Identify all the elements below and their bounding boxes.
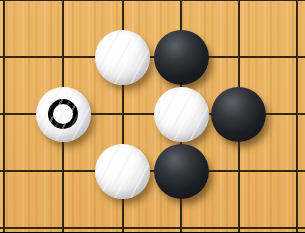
intersection-r1-c3[interactable] xyxy=(152,29,210,86)
intersection-r4-c4[interactable] xyxy=(210,200,268,233)
intersection-grid xyxy=(0,0,305,232)
intersection-r2-c1[interactable] xyxy=(34,86,93,143)
intersection-r3-c5[interactable] xyxy=(268,143,305,200)
intersection-r0-c0[interactable] xyxy=(0,0,34,29)
intersection-r0-c1[interactable] xyxy=(34,0,93,29)
intersection-r4-c2[interactable] xyxy=(93,200,152,233)
intersection-r4-c3[interactable] xyxy=(152,200,210,233)
intersection-r4-c1[interactable] xyxy=(34,200,93,233)
intersection-r2-c5[interactable] xyxy=(268,86,305,143)
intersection-r4-c0[interactable] xyxy=(0,200,34,233)
intersection-r0-c3[interactable] xyxy=(152,0,210,29)
intersection-r0-c2[interactable] xyxy=(93,0,152,29)
intersection-r4-c5[interactable] xyxy=(268,200,305,233)
intersection-r3-c4[interactable] xyxy=(210,143,268,200)
intersection-r0-c5[interactable] xyxy=(268,0,305,29)
intersection-r3-c1[interactable] xyxy=(34,143,93,200)
go-board[interactable] xyxy=(0,0,305,232)
intersection-r2-c4[interactable] xyxy=(210,86,268,143)
intersection-r3-c3[interactable] xyxy=(152,143,210,200)
intersection-r1-c2[interactable] xyxy=(93,29,152,86)
intersection-r2-c3[interactable] xyxy=(152,86,210,143)
intersection-r3-c0[interactable] xyxy=(0,143,34,200)
intersection-r2-c2[interactable] xyxy=(93,86,152,143)
intersection-r1-c5[interactable] xyxy=(268,29,305,86)
intersection-r1-c1[interactable] xyxy=(34,29,93,86)
intersection-r0-c4[interactable] xyxy=(210,0,268,29)
intersection-r1-c4[interactable] xyxy=(210,29,268,86)
intersection-r2-c0[interactable] xyxy=(0,86,34,143)
intersection-r1-c0[interactable] xyxy=(0,29,34,86)
intersection-r3-c2[interactable] xyxy=(93,143,152,200)
